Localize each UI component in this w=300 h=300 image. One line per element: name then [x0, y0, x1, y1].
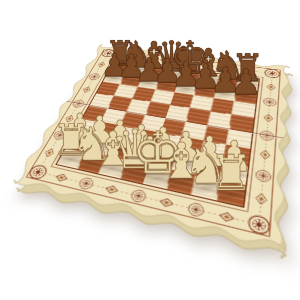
piece-black-pawn[interactable]: ♟	[230, 65, 261, 100]
piece-white-rook[interactable]: ♜	[209, 149, 253, 198]
photo-stage: ♜♞♝♛♚♝♞♜♟♟♟♟♟♟♟♟♟♟♟♟♟♟♟♟♜♞♝♛♚♝♞♜	[0, 0, 300, 300]
